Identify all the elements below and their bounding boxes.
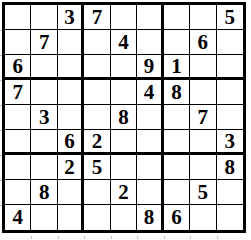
cell-r2c6[interactable] — [137, 30, 163, 55]
cell-r2c3[interactable] — [58, 30, 84, 55]
given-digit-r7c4[interactable]: 5 — [84, 155, 110, 180]
margin-tick — [0, 105, 2, 106]
cell-r8c6[interactable] — [137, 180, 163, 205]
cell-r7c6[interactable] — [137, 155, 163, 180]
cell-r9c4[interactable] — [84, 205, 110, 230]
cell-r7c1[interactable] — [5, 155, 31, 180]
cell-r4c9[interactable] — [217, 80, 243, 105]
cell-r8c3[interactable] — [58, 180, 84, 205]
cell-r7c5[interactable] — [111, 155, 137, 180]
given-digit-r2c5[interactable]: 4 — [111, 30, 137, 55]
cell-r9c2[interactable] — [31, 205, 57, 230]
cell-r3c5[interactable] — [111, 55, 137, 80]
given-digit-r5c5[interactable]: 8 — [111, 105, 137, 130]
given-digit-r3c6[interactable]: 9 — [137, 55, 163, 80]
given-digit-r8c5[interactable]: 2 — [111, 180, 137, 205]
cell-r9c9[interactable] — [217, 205, 243, 230]
margin-tick — [217, 236, 218, 239]
cell-r3c9[interactable] — [217, 55, 243, 80]
given-digit-r5c8[interactable]: 7 — [190, 105, 216, 130]
cell-r5c3[interactable] — [58, 105, 84, 130]
cell-r5c7[interactable] — [164, 105, 190, 130]
cell-r2c4[interactable] — [84, 30, 110, 55]
given-digit-r9c1[interactable]: 4 — [5, 205, 31, 230]
cell-r5c1[interactable] — [5, 105, 31, 130]
given-digit-r9c7[interactable]: 6 — [164, 205, 190, 230]
given-digit-r9c6[interactable]: 8 — [137, 205, 163, 230]
margin-tick — [137, 236, 138, 239]
given-digit-r3c1[interactable]: 6 — [5, 55, 31, 80]
given-digit-r3c7[interactable]: 1 — [164, 55, 190, 80]
cell-r4c3[interactable] — [58, 80, 84, 105]
given-digit-r1c4[interactable]: 7 — [84, 5, 110, 30]
cell-r3c3[interactable] — [58, 55, 84, 80]
cell-r9c3[interactable] — [58, 205, 84, 230]
cell-r8c4[interactable] — [84, 180, 110, 205]
cell-r4c8[interactable] — [190, 80, 216, 105]
given-digit-r8c8[interactable]: 5 — [190, 180, 216, 205]
cell-r6c6[interactable] — [137, 130, 163, 155]
cell-r7c8[interactable] — [190, 155, 216, 180]
given-digit-r4c6[interactable]: 4 — [137, 80, 163, 105]
margin-tick — [164, 236, 165, 239]
cell-r3c2[interactable] — [31, 55, 57, 80]
cell-r7c2[interactable] — [31, 155, 57, 180]
given-digit-r4c7[interactable]: 8 — [164, 80, 190, 105]
sudoku-page: 375746691748387623258825486 — [0, 0, 251, 240]
margin-tick — [58, 236, 59, 239]
cell-r8c1[interactable] — [5, 180, 31, 205]
margin-tick — [0, 30, 2, 31]
given-digit-r6c9[interactable]: 3 — [217, 130, 243, 155]
cell-r6c7[interactable] — [164, 130, 190, 155]
cell-r9c5[interactable] — [111, 205, 137, 230]
margin-tick — [0, 55, 2, 56]
cell-r8c9[interactable] — [217, 180, 243, 205]
sudoku-board: 375746691748387623258825486 — [2, 2, 246, 233]
given-digit-r7c9[interactable]: 8 — [217, 155, 243, 180]
cell-r1c2[interactable] — [31, 5, 57, 30]
cell-r7c7[interactable] — [164, 155, 190, 180]
margin-tick — [190, 236, 191, 239]
cell-r5c6[interactable] — [137, 105, 163, 130]
cell-r3c4[interactable] — [84, 55, 110, 80]
cell-r3c8[interactable] — [190, 55, 216, 80]
cell-r1c1[interactable] — [5, 5, 31, 30]
given-digit-r2c2[interactable]: 7 — [31, 30, 57, 55]
cell-r1c5[interactable] — [111, 5, 137, 30]
given-digit-r2c8[interactable]: 6 — [190, 30, 216, 55]
cell-r6c2[interactable] — [31, 130, 57, 155]
cell-r9c8[interactable] — [190, 205, 216, 230]
cell-r8c7[interactable] — [164, 180, 190, 205]
cell-r2c9[interactable] — [217, 30, 243, 55]
cell-r4c5[interactable] — [111, 80, 137, 105]
cell-r5c4[interactable] — [84, 105, 110, 130]
given-digit-r5c2[interactable]: 3 — [31, 105, 57, 130]
given-digit-r7c3[interactable]: 2 — [58, 155, 84, 180]
cell-r1c8[interactable] — [190, 5, 216, 30]
margin-tick — [0, 80, 2, 81]
margin-tick — [111, 236, 112, 239]
given-digit-r1c3[interactable]: 3 — [58, 5, 84, 30]
cell-r5c9[interactable] — [217, 105, 243, 130]
margin-tick — [0, 205, 2, 206]
margin-tick — [0, 180, 2, 181]
given-digit-r8c2[interactable]: 8 — [31, 180, 57, 205]
cell-r1c6[interactable] — [137, 5, 163, 30]
margin-tick — [0, 130, 2, 131]
margin-tick — [84, 236, 85, 239]
given-digit-r4c1[interactable]: 7 — [5, 80, 31, 105]
cell-r6c5[interactable] — [111, 130, 137, 155]
margin-tick — [0, 155, 2, 156]
cell-r6c8[interactable] — [190, 130, 216, 155]
margin-tick — [31, 236, 32, 239]
given-digit-r6c4[interactable]: 2 — [84, 130, 110, 155]
cell-r4c4[interactable] — [84, 80, 110, 105]
cell-r4c2[interactable] — [31, 80, 57, 105]
given-digit-r6c3[interactable]: 6 — [58, 130, 84, 155]
given-digit-r1c9[interactable]: 5 — [217, 5, 243, 30]
cell-r6c1[interactable] — [5, 130, 31, 155]
cell-r1c7[interactable] — [164, 5, 190, 30]
cell-r2c7[interactable] — [164, 30, 190, 55]
cell-r2c1[interactable] — [5, 30, 31, 55]
